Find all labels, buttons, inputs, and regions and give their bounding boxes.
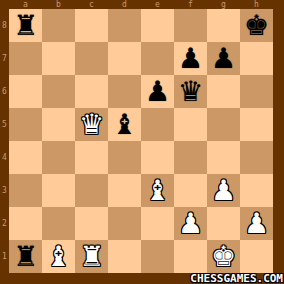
square-f2[interactable]: ♟ bbox=[174, 207, 207, 240]
square-g8[interactable] bbox=[207, 9, 240, 42]
square-a8[interactable]: ♜ bbox=[9, 9, 42, 42]
square-b1[interactable]: ♝ bbox=[42, 240, 75, 273]
square-d5[interactable]: ♝ bbox=[108, 108, 141, 141]
piece-black-king[interactable]: ♚ bbox=[244, 9, 269, 42]
piece-black-pawn[interactable]: ♟ bbox=[178, 42, 203, 75]
square-e1[interactable] bbox=[141, 240, 174, 273]
square-h2[interactable]: ♟ bbox=[240, 207, 273, 240]
piece-white-pawn[interactable]: ♟ bbox=[211, 174, 236, 207]
rank-label-6: 6 bbox=[0, 75, 9, 108]
square-c6[interactable] bbox=[75, 75, 108, 108]
square-b4[interactable] bbox=[42, 141, 75, 174]
square-c5[interactable]: ♛ bbox=[75, 108, 108, 141]
square-g3[interactable]: ♟ bbox=[207, 174, 240, 207]
square-h3[interactable] bbox=[240, 174, 273, 207]
file-labels: abcdefgh bbox=[9, 0, 273, 9]
square-e5[interactable] bbox=[141, 108, 174, 141]
rank-label-1: 1 bbox=[0, 240, 9, 273]
rank-label-2: 2 bbox=[0, 207, 9, 240]
square-d1[interactable] bbox=[108, 240, 141, 273]
piece-black-pawn[interactable]: ♟ bbox=[145, 75, 170, 108]
file-label-d: d bbox=[108, 0, 141, 9]
square-a2[interactable] bbox=[9, 207, 42, 240]
square-f8[interactable] bbox=[174, 9, 207, 42]
board-squares: ♜♚♟♟♟♛♛♝♝♟♟♟♜♝♜♚ bbox=[9, 9, 273, 273]
square-e4[interactable] bbox=[141, 141, 174, 174]
file-label-g: g bbox=[207, 0, 240, 9]
piece-black-pawn[interactable]: ♟ bbox=[211, 42, 236, 75]
piece-white-bishop[interactable]: ♝ bbox=[46, 240, 71, 273]
rank-label-7: 7 bbox=[0, 42, 9, 75]
square-d8[interactable] bbox=[108, 9, 141, 42]
square-d3[interactable] bbox=[108, 174, 141, 207]
chess-board: abcdefgh 87654321 ♜♚♟♟♟♛♛♝♝♟♟♟♜♝♜♚ CHESS… bbox=[0, 0, 284, 284]
square-c1[interactable]: ♜ bbox=[75, 240, 108, 273]
square-g2[interactable] bbox=[207, 207, 240, 240]
square-b7[interactable] bbox=[42, 42, 75, 75]
rank-label-5: 5 bbox=[0, 108, 9, 141]
file-label-f: f bbox=[174, 0, 207, 9]
square-b3[interactable] bbox=[42, 174, 75, 207]
square-e3[interactable]: ♝ bbox=[141, 174, 174, 207]
square-c4[interactable] bbox=[75, 141, 108, 174]
piece-black-queen[interactable]: ♛ bbox=[178, 75, 203, 108]
square-e8[interactable] bbox=[141, 9, 174, 42]
square-f6[interactable]: ♛ bbox=[174, 75, 207, 108]
piece-black-bishop[interactable]: ♝ bbox=[112, 108, 137, 141]
square-g6[interactable] bbox=[207, 75, 240, 108]
square-a5[interactable] bbox=[9, 108, 42, 141]
piece-white-queen[interactable]: ♛ bbox=[79, 108, 104, 141]
square-d7[interactable] bbox=[108, 42, 141, 75]
square-e7[interactable] bbox=[141, 42, 174, 75]
square-a4[interactable] bbox=[9, 141, 42, 174]
square-h1[interactable] bbox=[240, 240, 273, 273]
file-label-h: h bbox=[240, 0, 273, 9]
square-c2[interactable] bbox=[75, 207, 108, 240]
square-b6[interactable] bbox=[42, 75, 75, 108]
square-c3[interactable] bbox=[75, 174, 108, 207]
piece-black-rook[interactable]: ♜ bbox=[13, 240, 38, 273]
file-label-a: a bbox=[9, 0, 42, 9]
square-b5[interactable] bbox=[42, 108, 75, 141]
square-f7[interactable]: ♟ bbox=[174, 42, 207, 75]
square-a6[interactable] bbox=[9, 75, 42, 108]
rank-label-3: 3 bbox=[0, 174, 9, 207]
site-watermark: CHESSGAMES.COM bbox=[190, 273, 283, 284]
square-a3[interactable] bbox=[9, 174, 42, 207]
file-label-c: c bbox=[75, 0, 108, 9]
square-b8[interactable] bbox=[42, 9, 75, 42]
square-e2[interactable] bbox=[141, 207, 174, 240]
square-a1[interactable]: ♜ bbox=[9, 240, 42, 273]
square-d6[interactable] bbox=[108, 75, 141, 108]
square-h5[interactable] bbox=[240, 108, 273, 141]
piece-black-rook[interactable]: ♜ bbox=[13, 9, 38, 42]
square-g4[interactable] bbox=[207, 141, 240, 174]
square-a7[interactable] bbox=[9, 42, 42, 75]
square-h4[interactable] bbox=[240, 141, 273, 174]
piece-white-pawn[interactable]: ♟ bbox=[244, 207, 269, 240]
piece-white-king[interactable]: ♚ bbox=[211, 240, 236, 273]
piece-white-pawn[interactable]: ♟ bbox=[178, 207, 203, 240]
file-label-b: b bbox=[42, 0, 75, 9]
rank-label-8: 8 bbox=[0, 9, 9, 42]
file-label-e: e bbox=[141, 0, 174, 9]
rank-labels: 87654321 bbox=[0, 9, 9, 273]
square-f3[interactable] bbox=[174, 174, 207, 207]
square-d2[interactable] bbox=[108, 207, 141, 240]
square-f5[interactable] bbox=[174, 108, 207, 141]
piece-white-rook[interactable]: ♜ bbox=[79, 240, 104, 273]
square-g1[interactable]: ♚ bbox=[207, 240, 240, 273]
square-f4[interactable] bbox=[174, 141, 207, 174]
square-e6[interactable]: ♟ bbox=[141, 75, 174, 108]
square-c8[interactable] bbox=[75, 9, 108, 42]
square-g5[interactable] bbox=[207, 108, 240, 141]
piece-white-bishop[interactable]: ♝ bbox=[145, 174, 170, 207]
square-h8[interactable]: ♚ bbox=[240, 9, 273, 42]
square-h6[interactable] bbox=[240, 75, 273, 108]
square-f1[interactable] bbox=[174, 240, 207, 273]
square-c7[interactable] bbox=[75, 42, 108, 75]
square-g7[interactable]: ♟ bbox=[207, 42, 240, 75]
square-b2[interactable] bbox=[42, 207, 75, 240]
square-h7[interactable] bbox=[240, 42, 273, 75]
rank-label-4: 4 bbox=[0, 141, 9, 174]
square-d4[interactable] bbox=[108, 141, 141, 174]
